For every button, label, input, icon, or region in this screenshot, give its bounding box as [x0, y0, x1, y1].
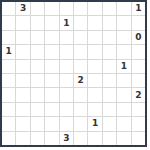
empty-cell[interactable] — [88, 88, 101, 101]
empty-cell[interactable] — [88, 74, 101, 87]
empty-cell[interactable] — [88, 45, 101, 58]
empty-cell[interactable] — [74, 16, 87, 29]
empty-cell[interactable] — [132, 74, 145, 87]
empty-cell[interactable] — [45, 16, 58, 29]
empty-cell[interactable] — [2, 2, 15, 15]
empty-cell[interactable] — [60, 60, 73, 73]
empty-cell[interactable] — [103, 103, 116, 116]
empty-cell[interactable] — [74, 132, 87, 145]
empty-cell[interactable] — [117, 45, 130, 58]
empty-cell[interactable] — [117, 74, 130, 87]
empty-cell[interactable] — [117, 2, 130, 15]
clue-cell: 1 — [60, 16, 73, 29]
empty-cell[interactable] — [60, 74, 73, 87]
empty-cell[interactable] — [132, 60, 145, 73]
empty-cell[interactable] — [16, 31, 29, 44]
empty-cell[interactable] — [74, 60, 87, 73]
clue-cell: 1 — [132, 2, 145, 15]
empty-cell[interactable] — [16, 117, 29, 130]
empty-cell[interactable] — [45, 45, 58, 58]
clue-cell: 0 — [132, 31, 145, 44]
empty-cell[interactable] — [132, 45, 145, 58]
empty-cell[interactable] — [88, 132, 101, 145]
empty-cell[interactable] — [16, 45, 29, 58]
empty-cell[interactable] — [103, 74, 116, 87]
empty-cell[interactable] — [103, 88, 116, 101]
clue-cell: 3 — [60, 132, 73, 145]
empty-cell[interactable] — [132, 132, 145, 145]
empty-cell[interactable] — [45, 74, 58, 87]
clue-cell: 1 — [117, 60, 130, 73]
empty-cell[interactable] — [132, 16, 145, 29]
clue-cell: 1 — [88, 117, 101, 130]
empty-cell[interactable] — [2, 60, 15, 73]
empty-cell[interactable] — [31, 16, 44, 29]
empty-cell[interactable] — [60, 103, 73, 116]
empty-cell[interactable] — [132, 117, 145, 130]
empty-cell[interactable] — [2, 74, 15, 87]
empty-cell[interactable] — [16, 16, 29, 29]
empty-cell[interactable] — [103, 60, 116, 73]
empty-cell[interactable] — [31, 2, 44, 15]
empty-cell[interactable] — [88, 31, 101, 44]
empty-cell[interactable] — [31, 31, 44, 44]
empty-cell[interactable] — [88, 60, 101, 73]
empty-cell[interactable] — [88, 16, 101, 29]
clue-cell: 1 — [2, 45, 15, 58]
empty-cell[interactable] — [31, 45, 44, 58]
empty-cell[interactable] — [117, 103, 130, 116]
empty-cell[interactable] — [16, 132, 29, 145]
empty-cell[interactable] — [2, 16, 15, 29]
empty-cell[interactable] — [103, 16, 116, 29]
empty-cell[interactable] — [16, 88, 29, 101]
empty-cell[interactable] — [117, 117, 130, 130]
empty-cell[interactable] — [16, 60, 29, 73]
empty-cell[interactable] — [117, 132, 130, 145]
empty-cell[interactable] — [74, 117, 87, 130]
empty-cell[interactable] — [31, 117, 44, 130]
empty-cell[interactable] — [74, 88, 87, 101]
empty-cell[interactable] — [31, 103, 44, 116]
empty-cell[interactable] — [88, 2, 101, 15]
empty-cell[interactable] — [45, 88, 58, 101]
clue-cell: 2 — [74, 74, 87, 87]
empty-cell[interactable] — [88, 103, 101, 116]
clue-cell: 3 — [16, 2, 29, 15]
empty-cell[interactable] — [74, 103, 87, 116]
empty-cell[interactable] — [16, 74, 29, 87]
empty-cell[interactable] — [45, 103, 58, 116]
empty-cell[interactable] — [103, 45, 116, 58]
empty-cell[interactable] — [117, 88, 130, 101]
empty-cell[interactable] — [2, 31, 15, 44]
empty-cell[interactable] — [45, 117, 58, 130]
empty-cell[interactable] — [45, 2, 58, 15]
puzzle-board: 3110112213 — [0, 0, 147, 147]
empty-cell[interactable] — [117, 31, 130, 44]
empty-cell[interactable] — [45, 60, 58, 73]
empty-cell[interactable] — [60, 88, 73, 101]
empty-cell[interactable] — [2, 103, 15, 116]
empty-cell[interactable] — [103, 31, 116, 44]
empty-cell[interactable] — [60, 2, 73, 15]
empty-cell[interactable] — [2, 88, 15, 101]
empty-cell[interactable] — [60, 45, 73, 58]
empty-cell[interactable] — [31, 74, 44, 87]
empty-cell[interactable] — [132, 103, 145, 116]
empty-cell[interactable] — [60, 31, 73, 44]
empty-cell[interactable] — [117, 16, 130, 29]
empty-cell[interactable] — [16, 103, 29, 116]
empty-cell[interactable] — [74, 2, 87, 15]
empty-cell[interactable] — [31, 132, 44, 145]
empty-cell[interactable] — [31, 88, 44, 101]
empty-cell[interactable] — [74, 45, 87, 58]
empty-cell[interactable] — [45, 132, 58, 145]
empty-cell[interactable] — [103, 132, 116, 145]
clue-cell: 2 — [132, 88, 145, 101]
empty-cell[interactable] — [45, 31, 58, 44]
empty-cell[interactable] — [60, 117, 73, 130]
empty-cell[interactable] — [2, 132, 15, 145]
empty-cell[interactable] — [103, 2, 116, 15]
empty-cell[interactable] — [31, 60, 44, 73]
empty-cell[interactable] — [2, 117, 15, 130]
empty-cell[interactable] — [74, 31, 87, 44]
empty-cell[interactable] — [103, 117, 116, 130]
